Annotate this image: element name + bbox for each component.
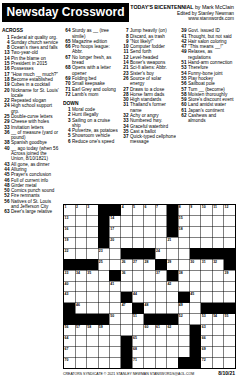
black-cell xyxy=(98,314,109,324)
grid-cell-r13c3[interactable] xyxy=(87,336,98,346)
grid-cell-r11c5[interactable]: 50 xyxy=(110,314,121,324)
grid-cell-r2c12[interactable] xyxy=(190,216,201,226)
grid-cell-r3c9[interactable] xyxy=(155,227,166,237)
grid-cell-r4c11[interactable] xyxy=(178,238,189,248)
black-cell xyxy=(75,259,86,269)
cell-number: 66 xyxy=(202,336,206,340)
cell-number: 17 xyxy=(110,227,114,231)
black-cell xyxy=(98,216,109,226)
grid-cell-r8c5[interactable]: 41 xyxy=(110,281,121,291)
grid-cell-r4c8[interactable] xyxy=(144,238,155,248)
grid-cell-r4c10[interactable]: 21 xyxy=(167,238,178,248)
clue-number: 67 xyxy=(63,54,72,65)
grid-cell-r9c8[interactable] xyxy=(144,292,155,302)
grid-cell-r11c12[interactable] xyxy=(190,314,201,324)
grid-cell-r15c5[interactable] xyxy=(110,358,121,368)
grid-cell-r11c13[interactable]: 53 xyxy=(201,314,212,324)
grid-cell-r15c9[interactable] xyxy=(155,358,166,368)
cell-number: 18 xyxy=(179,227,183,231)
grid-cell-r1c15[interactable]: 12 xyxy=(224,205,235,215)
grid-cell-r6c13[interactable]: 31 xyxy=(201,259,212,269)
grid-cell-r3c1[interactable]: 16 xyxy=(64,227,75,237)
grid-cell-r11c7[interactable]: 51 xyxy=(133,314,144,324)
cell-number: 41 xyxy=(110,281,114,285)
cell-number: 58 xyxy=(87,325,91,329)
grid-cell-r10c4[interactable] xyxy=(98,303,109,313)
clue-text: __ ago today (when 56 Across joined the … xyxy=(11,146,59,162)
grid-cell-r6c8[interactable]: 28 xyxy=(144,259,155,269)
clue-text: Natives of St. Louis and Jefferson City xyxy=(11,199,59,210)
grid-cell-r12c4[interactable]: 59 xyxy=(98,325,109,335)
grid-cell-r8c7[interactable] xyxy=(133,281,144,291)
clue-number: 62 xyxy=(179,113,188,124)
grid-cell-r10c6[interactable]: 47 xyxy=(121,303,132,313)
clue-number: 31 xyxy=(121,102,130,113)
cell-number: 47 xyxy=(122,303,126,307)
grid-cell-r15c1[interactable]: 70 xyxy=(64,358,75,368)
cell-number: 34 xyxy=(76,270,80,274)
grid-cell-r12c2[interactable]: 57 xyxy=(75,325,86,335)
grid-cell-r4c2[interactable] xyxy=(75,238,86,248)
grid-cell-r6c5[interactable] xyxy=(110,259,121,269)
clue-number: 72 xyxy=(63,92,72,97)
grid-cell-r3c6[interactable] xyxy=(121,227,132,237)
clue-down-62: 62Cashews and almonds xyxy=(179,113,235,124)
grid-cell-r1c9[interactable]: 7 xyxy=(155,205,166,215)
black-cell xyxy=(167,227,178,237)
grid-cell-r5c5[interactable] xyxy=(110,249,121,259)
clue-number: 40 xyxy=(2,146,11,162)
grid-cell-r14c14[interactable] xyxy=(213,347,224,357)
clue-text: Sailing on a cruise ship xyxy=(72,117,118,128)
clue-down-49: 49Relaxes, as regulations xyxy=(179,49,235,60)
grid-cell-r9c14[interactable] xyxy=(213,292,224,302)
clue-number: 66 xyxy=(63,44,72,55)
grid-cell-r9c9[interactable] xyxy=(155,292,166,302)
grid-cell-r15c14[interactable] xyxy=(213,358,224,368)
black-cell xyxy=(98,238,109,248)
grid-cell-r8c1[interactable]: 40 xyxy=(64,281,75,291)
clue-text: Quick-typed cellphone message xyxy=(130,134,176,145)
grid-cell-r3c15[interactable] xyxy=(224,227,235,237)
grid-cell-r4c3[interactable] xyxy=(87,238,98,248)
clue-across-63: 63Deer's large relative xyxy=(2,209,59,214)
grid-cell-r12c11[interactable] xyxy=(178,325,189,335)
black-cell xyxy=(98,227,109,237)
grid-cell-r13c8[interactable] xyxy=(144,336,155,346)
grid-cell-r11c6[interactable] xyxy=(121,314,132,324)
cell-number: 48 xyxy=(145,303,149,307)
grid-cell-r1c3[interactable]: 3 xyxy=(87,205,98,215)
grid-cell-r6c7[interactable]: 27 xyxy=(133,259,144,269)
grid-cell-r14c5[interactable] xyxy=(110,347,121,357)
clue-across-68: 68Opens with a letter opener xyxy=(63,65,118,76)
clue-text: Nickname for St. Louis' locale xyxy=(11,87,59,98)
clue-across-56: 56Natives of St. Louis and Jefferson Cit… xyxy=(2,199,59,210)
grid-cell-r7c11[interactable]: 38 xyxy=(178,270,189,280)
cell-number: 13 xyxy=(65,216,69,220)
grid-cell-r9c5[interactable] xyxy=(110,292,121,302)
grid-cell-r2c9[interactable] xyxy=(155,216,166,226)
cell-number: 60 xyxy=(145,325,149,329)
grid-cell-r8c8[interactable] xyxy=(144,281,155,291)
grid-cell-r10c10[interactable] xyxy=(167,303,178,313)
clue-down-6: 6Reduce one's speed xyxy=(63,138,118,143)
grid-cell-r13c10[interactable] xyxy=(167,336,178,346)
grid-cell-r12c6[interactable] xyxy=(121,325,132,335)
cell-number: 51 xyxy=(133,314,137,318)
black-cell xyxy=(121,336,132,346)
cell-number: 19 xyxy=(65,238,69,242)
grid-cell-r8c13[interactable] xyxy=(201,281,212,291)
grid-cell-r1c11[interactable]: 8 xyxy=(178,205,189,215)
grid-cell-r1c7[interactable]: 5 xyxy=(133,205,144,215)
grid-cell-r13c7[interactable]: 65 xyxy=(133,336,144,346)
grid-cell-r1c1[interactable]: 1 xyxy=(64,205,75,215)
grid-cell-r4c1[interactable]: 19 xyxy=(64,238,75,248)
black-cell xyxy=(155,314,166,324)
cell-number: 11 xyxy=(213,205,217,209)
grid-cell-r8c12[interactable] xyxy=(190,281,201,291)
black-cell xyxy=(64,259,75,269)
grid-cell-r14c10[interactable] xyxy=(167,347,178,357)
cell-number: 39 xyxy=(225,270,229,274)
grid-cell-r3c14[interactable] xyxy=(213,227,224,237)
grid-cell-r12c14[interactable] xyxy=(213,325,224,335)
clue-across-24: 24High school support grp. xyxy=(2,103,59,114)
cell-number: 37 xyxy=(156,270,160,274)
grid-cell-r9c3[interactable] xyxy=(87,292,98,302)
puzzle-page: Newsday Crossword TODAY'S BICENTENNIAL b… xyxy=(0,0,236,377)
grid-cell-r8c3[interactable] xyxy=(87,281,98,291)
clue-number: 26 xyxy=(121,76,130,87)
clue-column-1: ACROSS1Federal air quality org.4Sunday c… xyxy=(2,28,59,214)
grid-cell-r9c12[interactable]: 45 xyxy=(190,292,201,302)
grid-cell-r2c6[interactable] xyxy=(121,216,132,226)
grid-cell-r1c13[interactable]: 10 xyxy=(201,205,212,215)
grid-cell-r14c7[interactable]: 68 xyxy=(133,347,144,357)
grid-cell-r8c11[interactable] xyxy=(178,281,189,291)
grid-cell-r3c3[interactable] xyxy=(87,227,98,237)
grid-cell-r5c9[interactable]: 24 xyxy=(155,249,166,259)
grid-cell-r7c7[interactable] xyxy=(133,270,144,280)
grid-cell-r6c12[interactable]: 30 xyxy=(190,259,201,269)
grid-cell-r12c7[interactable] xyxy=(133,325,144,335)
clue-text: Cashews and almonds xyxy=(188,113,235,124)
grid-cell-r5c4[interactable]: 23 xyxy=(98,249,109,259)
grid-cell-r9c2[interactable] xyxy=(75,292,86,302)
grid-cell-r2c14[interactable] xyxy=(213,216,224,226)
grid-cell-r13c9[interactable] xyxy=(155,336,166,346)
grid-cell-r12c8[interactable]: 60 xyxy=(144,325,155,335)
cell-number: 44 xyxy=(133,292,137,296)
grid-cell-r13c2[interactable] xyxy=(75,336,86,346)
grid-cell-r1c14[interactable]: 11 xyxy=(213,205,224,215)
grid-cell-r13c15[interactable] xyxy=(224,336,235,346)
black-cell xyxy=(133,249,144,259)
cell-number: 2 xyxy=(76,205,78,209)
grid-cell-r11c15[interactable]: 55 xyxy=(224,314,235,324)
clue-column-4: 39Govt. issued ID41Thought, but not said… xyxy=(179,28,235,202)
cell-number: 24 xyxy=(156,249,160,253)
grid-cell-r10c2[interactable]: 46 xyxy=(75,303,86,313)
cell-number: 68 xyxy=(133,347,137,351)
grid-cell-r7c9[interactable]: 37 xyxy=(155,270,166,280)
grid-cell-r8c15[interactable] xyxy=(224,281,235,291)
grid-cell-r1c12[interactable]: 9 xyxy=(190,205,201,215)
cell-number: 38 xyxy=(179,270,183,274)
grid-cell-r13c14[interactable] xyxy=(213,336,224,346)
grid-cell-r7c3[interactable]: 35 xyxy=(87,270,98,280)
grid-cell-r11c14[interactable]: 54 xyxy=(213,314,224,324)
grid-cell-r12c9[interactable]: 61 xyxy=(155,325,166,335)
grid-cell-r15c3[interactable] xyxy=(87,358,98,368)
grid-cell-r4c14[interactable] xyxy=(213,238,224,248)
clue-number: 56 xyxy=(2,199,11,210)
cell-number: 61 xyxy=(156,325,160,329)
grid-cell-r14c13[interactable]: 69 xyxy=(201,347,212,357)
grid-cell-r9c1[interactable]: 43 xyxy=(64,292,75,302)
grid-cell-r8c2[interactable] xyxy=(75,281,86,291)
grid-cell-r3c2[interactable] xyxy=(75,227,86,237)
cell-number: 6 xyxy=(145,205,147,209)
grid-cell-r2c1[interactable]: 13 xyxy=(64,216,75,226)
clue-number: 20 xyxy=(2,87,11,98)
grid-cell-r8c10[interactable]: 42 xyxy=(167,281,178,291)
grid-cell-r4c12[interactable] xyxy=(190,238,201,248)
cell-number: 8 xyxy=(179,205,181,209)
black-cell xyxy=(167,314,178,324)
grid-cell-r14c8[interactable] xyxy=(144,347,155,357)
grid-cell-r5c2[interactable] xyxy=(75,249,86,259)
grid-cell-r10c5[interactable] xyxy=(110,303,121,313)
cell-number: 54 xyxy=(213,314,217,318)
grid-cell-r2c3[interactable] xyxy=(87,216,98,226)
grid-cell-r4c13[interactable] xyxy=(201,238,212,248)
grid-cell-r7c1[interactable]: 33 xyxy=(64,270,75,280)
black-cell xyxy=(190,249,201,259)
cell-number: 9 xyxy=(190,205,192,209)
grid-cell-r5c11[interactable] xyxy=(178,249,189,259)
black-cell xyxy=(167,205,178,215)
grid-cell-r13c5[interactable] xyxy=(110,336,121,346)
clue-text: Deer's large relative xyxy=(11,209,59,214)
cell-number: 57 xyxy=(76,325,80,329)
black-cell xyxy=(178,358,189,368)
grid-cell-r3c11[interactable]: 18 xyxy=(178,227,189,237)
grid-cell-r8c9[interactable] xyxy=(155,281,166,291)
clue-column-2: 64Sturdy as __ (tree simile)65Magazine e… xyxy=(63,28,118,202)
byline: by Mark McClain xyxy=(195,4,234,10)
grid-cell-r9c7[interactable]: 44 xyxy=(133,292,144,302)
clue-number: 36 xyxy=(2,130,11,141)
grid-cell-r8c14[interactable] xyxy=(213,281,224,291)
cell-number: 65 xyxy=(133,336,137,340)
cell-number: 40 xyxy=(65,281,69,285)
grid-cell-r3c13[interactable] xyxy=(201,227,212,237)
clue-column-3: 7Jump heavily (on)8Discard, as trash9"No… xyxy=(121,28,176,202)
clue-number: 63 xyxy=(2,209,11,214)
grid-cell-r4c15[interactable] xyxy=(224,238,235,248)
grid-cell-r11c11[interactable]: 52 xyxy=(178,314,189,324)
grid-cell-r7c14[interactable] xyxy=(213,270,224,280)
clue-down-3: 3Sailing on a cruise ship xyxy=(63,117,118,128)
cell-number: 1 xyxy=(65,205,67,209)
grid-cell-r3c7[interactable] xyxy=(133,227,144,237)
cell-number: 21 xyxy=(167,238,171,242)
cell-number: 45 xyxy=(190,292,194,296)
cell-number: 16 xyxy=(65,227,69,231)
grid-cell-r6c6[interactable]: 26 xyxy=(121,259,132,269)
clue-down-31: 31Thailand's former name xyxy=(121,102,176,113)
grid-cell-r14c2[interactable] xyxy=(75,347,86,357)
grid-cell-r9c13[interactable] xyxy=(201,292,212,302)
grid-cell-r8c4[interactable] xyxy=(98,281,109,291)
grid-cell-r5c10[interactable] xyxy=(167,249,178,259)
clue-text: __ of measure (yard or pound) xyxy=(11,130,59,141)
cell-number: 52 xyxy=(179,314,183,318)
grid-cell-r7c6[interactable]: 36 xyxy=(121,270,132,280)
grid-cell-r15c15[interactable] xyxy=(224,358,235,368)
grid-cell-r4c5[interactable]: 20 xyxy=(110,238,121,248)
grid-cell-r4c7[interactable] xyxy=(133,238,144,248)
cell-number: 69 xyxy=(202,347,206,351)
grid-cell-r4c9[interactable] xyxy=(155,238,166,248)
grid-cell-r14c4[interactable] xyxy=(98,347,109,357)
cell-number: 26 xyxy=(122,259,126,263)
grid-cell-r9c10[interactable] xyxy=(167,292,178,302)
grid-cell-r13c4[interactable] xyxy=(98,336,109,346)
grid-cell-r7c12[interactable] xyxy=(190,270,201,280)
grid-cell-r6c14[interactable]: 32 xyxy=(213,259,224,269)
cell-number: 72 xyxy=(202,358,206,362)
grid-cell-r2c11[interactable]: 15 xyxy=(178,216,189,226)
black-cell xyxy=(190,347,201,357)
grid-cell-r6c4[interactable]: 25 xyxy=(98,259,109,269)
clue-across-67: 67No longer fresh, as bread xyxy=(63,54,118,65)
puzzle-title-line: TODAY'S BICENTENNIAL by Mark McClain xyxy=(130,4,234,10)
grid-cell-r12c13[interactable]: 63 xyxy=(201,325,212,335)
grid-cell-r10c11[interactable]: 49 xyxy=(178,303,189,313)
grid-cell-r7c2[interactable]: 34 xyxy=(75,270,86,280)
grid-cell-r8c6[interactable] xyxy=(121,281,132,291)
header-info: TODAY'S BICENTENNIAL by Mark McClain Edi… xyxy=(130,4,234,21)
black-cell xyxy=(201,249,212,259)
grid-cell-r2c2[interactable] xyxy=(75,216,86,226)
grid-cell-r2c8[interactable] xyxy=(144,216,155,226)
grid-cell-r2c13[interactable] xyxy=(201,216,212,226)
grid-cell-r7c15[interactable]: 39 xyxy=(224,270,235,280)
grid-cell-r2c7[interactable] xyxy=(133,216,144,226)
grid-cell-r3c5[interactable]: 17 xyxy=(110,227,121,237)
cell-number: 71 xyxy=(133,358,137,362)
clue-number: 49 xyxy=(179,49,188,60)
black-cell xyxy=(167,270,178,280)
black-cell xyxy=(110,205,121,215)
cell-number: 53 xyxy=(202,314,206,318)
grid-cell-r12c3[interactable]: 58 xyxy=(87,325,98,335)
grid-cell-r13c13[interactable]: 66 xyxy=(201,336,212,346)
cell-number: 4 xyxy=(122,205,124,209)
black-cell xyxy=(155,259,166,269)
grid-cell-r4c6[interactable] xyxy=(121,238,132,248)
grid-cell-r1c2[interactable]: 2 xyxy=(75,205,86,215)
grid-cell-r7c13[interactable] xyxy=(201,270,212,280)
grid-cell-r3c12[interactable] xyxy=(190,227,201,237)
grid-cell-r10c12[interactable] xyxy=(190,303,201,313)
grid-cell-r14c9[interactable] xyxy=(155,347,166,357)
black-cell xyxy=(144,249,155,259)
black-cell xyxy=(224,259,235,269)
grid-cell-r12c10[interactable]: 62 xyxy=(167,325,178,335)
grid-cell-r5c1[interactable]: 22 xyxy=(64,249,75,259)
grid-cell-r9c15[interactable] xyxy=(224,292,235,302)
black-cell xyxy=(201,303,212,313)
grid-cell-r7c8[interactable] xyxy=(144,270,155,280)
grid-cell-r13c11[interactable] xyxy=(178,336,189,346)
cell-number: 12 xyxy=(225,205,229,209)
grid-cell-r12c1[interactable]: 56 xyxy=(64,325,75,335)
grid-cell-r15c13[interactable]: 72 xyxy=(201,358,212,368)
black-cell xyxy=(190,336,201,346)
cell-number: 28 xyxy=(145,259,149,263)
grid-cell-r15c2[interactable] xyxy=(75,358,86,368)
grid-cell-r1c8[interactable]: 6 xyxy=(144,205,155,215)
grid-cell-r10c8[interactable]: 48 xyxy=(144,303,155,313)
grid-cell-r2c5[interactable]: 14 xyxy=(110,216,121,226)
grid-cell-r1c6[interactable]: 4 xyxy=(121,205,132,215)
footer: CREATORS SYNDICATE © 2021 STANLEY NEWMAN… xyxy=(63,371,235,377)
black-cell xyxy=(190,358,201,368)
grid-cell-r7c4[interactable] xyxy=(98,270,109,280)
masthead: Newsday Crossword xyxy=(2,3,129,22)
cell-number: 43 xyxy=(65,292,69,296)
grid-cell-r2c15[interactable] xyxy=(224,216,235,226)
cell-number: 63 xyxy=(202,325,206,329)
grid-cell-r6c11[interactable] xyxy=(178,259,189,269)
clue-text: High school support grp. xyxy=(11,103,59,114)
grid-cell-r14c11[interactable] xyxy=(178,347,189,357)
cell-number: 62 xyxy=(167,325,171,329)
black-cell xyxy=(167,216,178,226)
grid-cell-r15c8[interactable] xyxy=(144,358,155,368)
clue-number: 64 xyxy=(63,28,72,39)
grid-cell-r14c15[interactable] xyxy=(224,347,235,357)
grid-cell-r9c4[interactable] xyxy=(98,292,109,302)
clue-text: Relaxes, as regulations xyxy=(188,49,235,60)
cell-number: 27 xyxy=(133,259,137,263)
grid-cell-r10c9[interactable] xyxy=(155,303,166,313)
grid-cell-r15c7[interactable]: 71 xyxy=(133,358,144,368)
grid-cell-r14c1[interactable]: 67 xyxy=(64,347,75,357)
grid-cell-r3c8[interactable] xyxy=(144,227,155,237)
grid-cell-r13c1[interactable]: 64 xyxy=(64,336,75,346)
grid-cell-r12c15[interactable] xyxy=(224,325,235,335)
clue-text: Thailand's former name xyxy=(130,102,176,113)
grid-cell-r15c4[interactable] xyxy=(98,358,109,368)
grid-cell-r14c3[interactable] xyxy=(87,347,98,357)
grid-cell-r5c3[interactable] xyxy=(87,249,98,259)
black-cell xyxy=(64,314,75,324)
grid-cell-r10c3[interactable] xyxy=(87,303,98,313)
black-cell xyxy=(213,249,224,259)
grid-cell-r6c10[interactable]: 29 xyxy=(167,259,178,269)
cell-number: 10 xyxy=(202,205,206,209)
grid-cell-r12c5[interactable] xyxy=(110,325,121,335)
section-header-across: ACROSS xyxy=(2,28,59,33)
clue-across-36: 36__ of measure (yard or pound) xyxy=(2,130,59,141)
grid-cell-r15c10[interactable] xyxy=(167,358,178,368)
